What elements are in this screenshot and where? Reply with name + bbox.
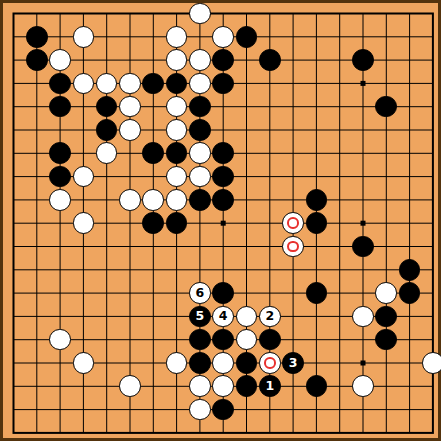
intersection[interactable]	[118, 142, 141, 165]
intersection[interactable]	[165, 2, 188, 25]
intersection[interactable]	[2, 48, 25, 71]
intersection[interactable]	[142, 375, 165, 398]
intersection[interactable]	[398, 48, 421, 71]
intersection[interactable]	[281, 258, 304, 281]
intersection[interactable]	[25, 212, 48, 235]
intersection[interactable]	[48, 421, 71, 441]
intersection[interactable]	[351, 398, 374, 421]
intersection[interactable]	[375, 188, 398, 211]
intersection[interactable]	[212, 235, 235, 258]
intersection[interactable]	[212, 95, 235, 118]
intersection[interactable]	[25, 188, 48, 211]
intersection[interactable]	[375, 375, 398, 398]
intersection[interactable]	[398, 72, 421, 95]
intersection[interactable]	[25, 398, 48, 421]
intersection[interactable]	[72, 118, 95, 141]
intersection[interactable]	[212, 72, 235, 95]
intersection[interactable]	[72, 72, 95, 95]
intersection[interactable]	[2, 165, 25, 188]
intersection[interactable]	[118, 281, 141, 304]
intersection[interactable]	[72, 48, 95, 71]
intersection[interactable]	[398, 351, 421, 374]
intersection[interactable]	[235, 95, 258, 118]
intersection[interactable]	[305, 375, 328, 398]
intersection[interactable]	[281, 188, 304, 211]
intersection[interactable]	[212, 375, 235, 398]
intersection[interactable]	[328, 165, 351, 188]
intersection[interactable]	[375, 281, 398, 304]
intersection[interactable]	[25, 2, 48, 25]
intersection[interactable]	[188, 165, 211, 188]
intersection[interactable]	[305, 235, 328, 258]
intersection[interactable]	[328, 118, 351, 141]
intersection[interactable]	[118, 2, 141, 25]
intersection[interactable]	[72, 165, 95, 188]
intersection[interactable]	[351, 281, 374, 304]
intersection[interactable]	[351, 118, 374, 141]
intersection[interactable]	[281, 165, 304, 188]
intersection[interactable]	[142, 258, 165, 281]
intersection[interactable]	[398, 212, 421, 235]
intersection[interactable]	[421, 188, 441, 211]
intersection[interactable]	[235, 212, 258, 235]
intersection[interactable]	[165, 212, 188, 235]
intersection[interactable]	[351, 328, 374, 351]
intersection[interactable]	[2, 281, 25, 304]
intersection[interactable]	[25, 235, 48, 258]
intersection[interactable]	[305, 421, 328, 441]
intersection[interactable]	[72, 305, 95, 328]
intersection[interactable]	[118, 118, 141, 141]
intersection[interactable]	[25, 351, 48, 374]
intersection[interactable]	[48, 72, 71, 95]
intersection[interactable]	[95, 235, 118, 258]
intersection[interactable]	[165, 281, 188, 304]
intersection[interactable]	[421, 48, 441, 71]
intersection[interactable]	[235, 258, 258, 281]
intersection[interactable]	[188, 421, 211, 441]
intersection[interactable]	[398, 188, 421, 211]
intersection[interactable]	[351, 305, 374, 328]
intersection[interactable]	[118, 398, 141, 421]
intersection[interactable]	[258, 328, 281, 351]
intersection[interactable]	[2, 235, 25, 258]
intersection[interactable]	[25, 421, 48, 441]
intersection[interactable]	[95, 375, 118, 398]
intersection[interactable]	[118, 165, 141, 188]
intersection[interactable]	[188, 188, 211, 211]
intersection[interactable]	[328, 188, 351, 211]
intersection[interactable]	[235, 398, 258, 421]
intersection[interactable]	[48, 235, 71, 258]
intersection[interactable]	[305, 48, 328, 71]
intersection[interactable]	[165, 72, 188, 95]
intersection[interactable]	[2, 212, 25, 235]
intersection[interactable]	[258, 72, 281, 95]
intersection[interactable]	[235, 48, 258, 71]
intersection[interactable]	[165, 25, 188, 48]
intersection[interactable]	[281, 25, 304, 48]
intersection[interactable]	[142, 72, 165, 95]
intersection[interactable]	[118, 72, 141, 95]
intersection[interactable]	[375, 235, 398, 258]
intersection[interactable]	[258, 48, 281, 71]
intersection[interactable]	[212, 351, 235, 374]
intersection[interactable]	[212, 25, 235, 48]
intersection[interactable]	[95, 2, 118, 25]
intersection[interactable]	[328, 258, 351, 281]
intersection[interactable]	[212, 48, 235, 71]
intersection[interactable]	[258, 351, 281, 374]
intersection[interactable]	[165, 142, 188, 165]
intersection[interactable]	[235, 72, 258, 95]
intersection[interactable]	[142, 95, 165, 118]
intersection[interactable]	[375, 258, 398, 281]
intersection[interactable]	[72, 2, 95, 25]
intersection[interactable]	[142, 305, 165, 328]
intersection[interactable]	[72, 398, 95, 421]
intersection[interactable]	[72, 375, 95, 398]
intersection[interactable]	[48, 142, 71, 165]
intersection[interactable]	[118, 305, 141, 328]
intersection[interactable]	[95, 305, 118, 328]
intersection[interactable]	[25, 281, 48, 304]
intersection[interactable]	[95, 142, 118, 165]
intersection[interactable]	[235, 281, 258, 304]
intersection[interactable]	[48, 375, 71, 398]
intersection[interactable]	[118, 188, 141, 211]
intersection[interactable]	[212, 328, 235, 351]
intersection[interactable]	[258, 165, 281, 188]
intersection[interactable]	[258, 235, 281, 258]
intersection[interactable]	[235, 421, 258, 441]
intersection[interactable]	[142, 421, 165, 441]
intersection[interactable]	[2, 328, 25, 351]
intersection[interactable]	[328, 25, 351, 48]
intersection[interactable]	[351, 421, 374, 441]
intersection[interactable]	[72, 142, 95, 165]
intersection[interactable]	[142, 25, 165, 48]
intersection[interactable]	[2, 25, 25, 48]
intersection[interactable]	[48, 188, 71, 211]
intersection[interactable]	[212, 212, 235, 235]
intersection[interactable]	[212, 421, 235, 441]
intersection[interactable]	[165, 118, 188, 141]
intersection[interactable]	[235, 305, 258, 328]
intersection[interactable]	[235, 188, 258, 211]
intersection[interactable]	[281, 118, 304, 141]
intersection[interactable]	[421, 375, 441, 398]
intersection[interactable]	[258, 188, 281, 211]
intersection[interactable]	[118, 258, 141, 281]
intersection[interactable]	[48, 328, 71, 351]
intersection[interactable]	[305, 118, 328, 141]
intersection[interactable]	[398, 165, 421, 188]
intersection[interactable]	[305, 165, 328, 188]
intersection[interactable]	[398, 398, 421, 421]
intersection[interactable]	[25, 305, 48, 328]
intersection[interactable]	[375, 165, 398, 188]
intersection[interactable]	[421, 421, 441, 441]
intersection[interactable]	[328, 305, 351, 328]
intersection[interactable]	[328, 72, 351, 95]
intersection[interactable]	[72, 351, 95, 374]
intersection[interactable]	[375, 212, 398, 235]
intersection[interactable]	[118, 212, 141, 235]
intersection[interactable]	[72, 235, 95, 258]
intersection[interactable]	[95, 25, 118, 48]
intersection[interactable]	[188, 118, 211, 141]
intersection[interactable]	[421, 305, 441, 328]
intersection[interactable]	[212, 142, 235, 165]
intersection[interactable]	[188, 328, 211, 351]
intersection[interactable]	[258, 142, 281, 165]
intersection[interactable]	[72, 95, 95, 118]
intersection[interactable]	[165, 235, 188, 258]
intersection[interactable]	[328, 351, 351, 374]
intersection[interactable]	[48, 2, 71, 25]
intersection[interactable]	[398, 95, 421, 118]
intersection[interactable]	[351, 142, 374, 165]
intersection[interactable]	[72, 188, 95, 211]
intersection[interactable]	[212, 258, 235, 281]
intersection[interactable]	[421, 258, 441, 281]
intersection[interactable]	[165, 305, 188, 328]
intersection[interactable]	[235, 351, 258, 374]
intersection[interactable]	[281, 142, 304, 165]
intersection[interactable]	[165, 48, 188, 71]
intersection[interactable]	[188, 2, 211, 25]
intersection[interactable]	[188, 212, 211, 235]
intersection[interactable]	[281, 305, 304, 328]
intersection[interactable]	[375, 72, 398, 95]
intersection[interactable]	[375, 142, 398, 165]
intersection[interactable]	[212, 118, 235, 141]
intersection[interactable]	[2, 2, 25, 25]
intersection[interactable]	[235, 118, 258, 141]
intersection[interactable]	[258, 281, 281, 304]
intersection[interactable]	[25, 25, 48, 48]
intersection[interactable]	[142, 118, 165, 141]
intersection[interactable]	[48, 165, 71, 188]
intersection[interactable]	[305, 258, 328, 281]
intersection[interactable]	[281, 235, 304, 258]
intersection[interactable]	[118, 95, 141, 118]
intersection[interactable]	[165, 165, 188, 188]
intersection[interactable]	[375, 328, 398, 351]
intersection[interactable]	[281, 375, 304, 398]
intersection[interactable]	[398, 142, 421, 165]
intersection[interactable]	[258, 421, 281, 441]
intersection[interactable]	[25, 48, 48, 71]
intersection[interactable]	[375, 2, 398, 25]
intersection[interactable]	[421, 72, 441, 95]
intersection[interactable]	[258, 25, 281, 48]
intersection[interactable]: 2	[258, 305, 281, 328]
intersection[interactable]	[2, 95, 25, 118]
intersection[interactable]	[258, 258, 281, 281]
intersection[interactable]	[421, 95, 441, 118]
intersection[interactable]	[25, 142, 48, 165]
intersection[interactable]	[165, 375, 188, 398]
intersection[interactable]	[328, 421, 351, 441]
intersection[interactable]	[2, 421, 25, 441]
intersection[interactable]	[25, 165, 48, 188]
intersection[interactable]	[72, 328, 95, 351]
intersection[interactable]	[281, 95, 304, 118]
intersection[interactable]	[328, 212, 351, 235]
intersection[interactable]	[421, 2, 441, 25]
intersection[interactable]	[351, 351, 374, 374]
intersection[interactable]	[281, 421, 304, 441]
intersection[interactable]: 3	[281, 351, 304, 374]
intersection[interactable]	[95, 118, 118, 141]
intersection[interactable]	[72, 421, 95, 441]
intersection[interactable]	[351, 235, 374, 258]
intersection[interactable]	[25, 72, 48, 95]
intersection[interactable]	[212, 398, 235, 421]
intersection[interactable]	[421, 118, 441, 141]
intersection[interactable]	[328, 48, 351, 71]
intersection[interactable]	[375, 95, 398, 118]
intersection[interactable]	[328, 375, 351, 398]
intersection[interactable]	[95, 165, 118, 188]
intersection[interactable]	[281, 48, 304, 71]
intersection[interactable]	[142, 235, 165, 258]
intersection[interactable]	[351, 25, 374, 48]
intersection[interactable]	[142, 188, 165, 211]
intersection[interactable]: 4	[212, 305, 235, 328]
intersection[interactable]	[25, 95, 48, 118]
intersection[interactable]	[305, 142, 328, 165]
intersection[interactable]	[48, 281, 71, 304]
intersection[interactable]	[375, 398, 398, 421]
intersection[interactable]	[48, 305, 71, 328]
intersection[interactable]: 6	[188, 281, 211, 304]
intersection[interactable]	[398, 2, 421, 25]
intersection[interactable]	[95, 212, 118, 235]
intersection[interactable]	[305, 95, 328, 118]
intersection[interactable]	[118, 375, 141, 398]
intersection[interactable]	[72, 281, 95, 304]
intersection[interactable]	[118, 48, 141, 71]
intersection[interactable]	[328, 281, 351, 304]
intersection[interactable]	[398, 281, 421, 304]
intersection[interactable]	[351, 48, 374, 71]
intersection[interactable]	[2, 72, 25, 95]
intersection[interactable]	[421, 398, 441, 421]
intersection[interactable]	[2, 258, 25, 281]
intersection[interactable]	[2, 398, 25, 421]
intersection[interactable]	[421, 328, 441, 351]
intersection[interactable]	[142, 2, 165, 25]
intersection[interactable]	[188, 48, 211, 71]
intersection[interactable]	[351, 212, 374, 235]
intersection[interactable]	[165, 95, 188, 118]
intersection[interactable]	[2, 375, 25, 398]
intersection[interactable]	[281, 72, 304, 95]
intersection[interactable]	[351, 258, 374, 281]
intersection[interactable]	[398, 375, 421, 398]
intersection[interactable]	[95, 281, 118, 304]
intersection[interactable]	[165, 328, 188, 351]
intersection[interactable]	[235, 235, 258, 258]
intersection[interactable]	[398, 421, 421, 441]
intersection[interactable]: 1	[258, 375, 281, 398]
intersection[interactable]	[328, 95, 351, 118]
intersection[interactable]	[212, 188, 235, 211]
intersection[interactable]	[95, 328, 118, 351]
intersection[interactable]	[328, 142, 351, 165]
intersection[interactable]	[48, 258, 71, 281]
intersection[interactable]	[95, 188, 118, 211]
intersection[interactable]	[375, 48, 398, 71]
intersection[interactable]	[305, 72, 328, 95]
intersection[interactable]	[375, 351, 398, 374]
intersection[interactable]	[165, 398, 188, 421]
intersection[interactable]	[165, 258, 188, 281]
intersection[interactable]	[421, 142, 441, 165]
intersection[interactable]	[258, 118, 281, 141]
intersection[interactable]	[281, 398, 304, 421]
intersection[interactable]	[398, 25, 421, 48]
intersection[interactable]	[188, 351, 211, 374]
intersection[interactable]	[48, 95, 71, 118]
intersection[interactable]	[375, 118, 398, 141]
intersection[interactable]	[118, 328, 141, 351]
intersection[interactable]	[398, 328, 421, 351]
intersection[interactable]	[118, 25, 141, 48]
intersection[interactable]	[305, 2, 328, 25]
intersection[interactable]	[235, 375, 258, 398]
intersection[interactable]	[421, 235, 441, 258]
intersection[interactable]	[188, 95, 211, 118]
intersection[interactable]	[212, 281, 235, 304]
intersection[interactable]	[351, 95, 374, 118]
intersection[interactable]	[95, 48, 118, 71]
intersection[interactable]	[421, 212, 441, 235]
intersection[interactable]	[351, 72, 374, 95]
intersection[interactable]	[118, 421, 141, 441]
intersection[interactable]	[421, 351, 441, 374]
intersection[interactable]	[351, 2, 374, 25]
intersection[interactable]	[165, 188, 188, 211]
intersection[interactable]	[235, 25, 258, 48]
intersection[interactable]	[235, 142, 258, 165]
intersection[interactable]	[375, 305, 398, 328]
intersection[interactable]	[95, 95, 118, 118]
intersection[interactable]	[48, 118, 71, 141]
intersection[interactable]	[72, 258, 95, 281]
intersection[interactable]	[48, 25, 71, 48]
intersection[interactable]	[328, 235, 351, 258]
intersection[interactable]	[281, 2, 304, 25]
intersection[interactable]	[48, 212, 71, 235]
intersection[interactable]	[305, 212, 328, 235]
intersection[interactable]	[421, 165, 441, 188]
intersection[interactable]	[375, 25, 398, 48]
intersection[interactable]	[2, 188, 25, 211]
intersection[interactable]	[281, 328, 304, 351]
intersection[interactable]	[142, 281, 165, 304]
intersection[interactable]	[142, 165, 165, 188]
intersection[interactable]	[281, 281, 304, 304]
intersection[interactable]	[2, 142, 25, 165]
intersection[interactable]	[258, 2, 281, 25]
intersection[interactable]	[95, 351, 118, 374]
intersection[interactable]	[188, 258, 211, 281]
intersection[interactable]	[142, 351, 165, 374]
